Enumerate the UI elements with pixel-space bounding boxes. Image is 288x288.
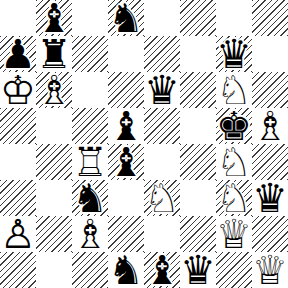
square-g1[interactable]	[216, 252, 252, 288]
square-a6[interactable]: ♚♔	[0, 72, 36, 108]
piece-glyph: ♞	[108, 252, 144, 288]
piece-black-queen[interactable]: ♛	[180, 252, 216, 288]
square-b6[interactable]: ♝♗	[36, 72, 72, 108]
piece-black-knight[interactable]: ♞	[108, 252, 144, 288]
square-b5[interactable]	[36, 108, 72, 144]
square-f8[interactable]	[180, 0, 216, 36]
square-f5[interactable]	[180, 108, 216, 144]
piece-glyph: ♕	[216, 216, 252, 252]
square-b3[interactable]	[36, 180, 72, 216]
piece-white-queen[interactable]: ♛♕	[216, 216, 252, 252]
piece-white-bishop[interactable]: ♝♗	[252, 108, 288, 144]
piece-glyph: ♝	[144, 252, 180, 288]
chess-board: ♝♞♟♜♛♚♔♝♗♛♞♘♝♚♝♗♜♖♝♞♘♞♞♘♞♘♛♟♙♝♗♛♕♞♝♛♛♕	[0, 0, 288, 288]
square-f3[interactable]	[180, 180, 216, 216]
piece-white-queen[interactable]: ♛♕	[252, 252, 288, 288]
piece-glyph: ♝	[108, 144, 144, 180]
square-d7[interactable]	[108, 36, 144, 72]
square-d1[interactable]: ♞	[108, 252, 144, 288]
square-d4[interactable]: ♝	[108, 144, 144, 180]
square-c1[interactable]	[72, 252, 108, 288]
square-a1[interactable]	[0, 252, 36, 288]
square-c6[interactable]	[72, 72, 108, 108]
square-e8[interactable]	[144, 0, 180, 36]
square-e3[interactable]: ♞♘	[144, 180, 180, 216]
square-f1[interactable]: ♛	[180, 252, 216, 288]
square-a2[interactable]: ♟♙	[0, 216, 36, 252]
square-b4[interactable]	[36, 144, 72, 180]
piece-black-bishop[interactable]: ♝	[108, 144, 144, 180]
piece-white-king[interactable]: ♚♔	[0, 72, 36, 108]
square-b2[interactable]	[36, 216, 72, 252]
piece-glyph: ♙	[0, 216, 36, 252]
piece-white-pawn[interactable]: ♟♙	[0, 216, 36, 252]
square-h5[interactable]: ♝♗	[252, 108, 288, 144]
square-c7[interactable]	[72, 36, 108, 72]
square-b1[interactable]	[36, 252, 72, 288]
piece-glyph: ♗	[36, 72, 72, 108]
square-a5[interactable]	[0, 108, 36, 144]
square-d3[interactable]	[108, 180, 144, 216]
square-c2[interactable]: ♝♗	[72, 216, 108, 252]
piece-glyph: ♕	[252, 252, 288, 288]
piece-white-knight[interactable]: ♞♘	[144, 180, 180, 216]
square-e6[interactable]: ♛	[144, 72, 180, 108]
piece-glyph: ♛	[144, 72, 180, 108]
square-h7[interactable]	[252, 36, 288, 72]
square-g2[interactable]: ♛♕	[216, 216, 252, 252]
square-e1[interactable]: ♝	[144, 252, 180, 288]
piece-black-queen[interactable]: ♛	[252, 180, 288, 216]
piece-glyph: ♛	[180, 252, 216, 288]
square-a4[interactable]	[0, 144, 36, 180]
square-e5[interactable]	[144, 108, 180, 144]
piece-glyph: ♗	[72, 216, 108, 252]
square-f7[interactable]	[180, 36, 216, 72]
piece-glyph: ♘	[144, 180, 180, 216]
square-d8[interactable]: ♞	[108, 0, 144, 36]
piece-black-knight[interactable]: ♞	[108, 0, 144, 36]
piece-glyph: ♔	[0, 72, 36, 108]
piece-black-bishop[interactable]: ♝	[144, 252, 180, 288]
square-h1[interactable]: ♛♕	[252, 252, 288, 288]
square-c8[interactable]	[72, 0, 108, 36]
square-h8[interactable]	[252, 0, 288, 36]
square-f4[interactable]	[180, 144, 216, 180]
square-h3[interactable]: ♛	[252, 180, 288, 216]
piece-white-bishop[interactable]: ♝♗	[36, 72, 72, 108]
piece-glyph: ♞	[108, 0, 144, 36]
piece-black-queen[interactable]: ♛	[144, 72, 180, 108]
square-f6[interactable]	[180, 72, 216, 108]
piece-glyph: ♛	[252, 180, 288, 216]
piece-white-bishop[interactable]: ♝♗	[72, 216, 108, 252]
piece-glyph: ♗	[252, 108, 288, 144]
